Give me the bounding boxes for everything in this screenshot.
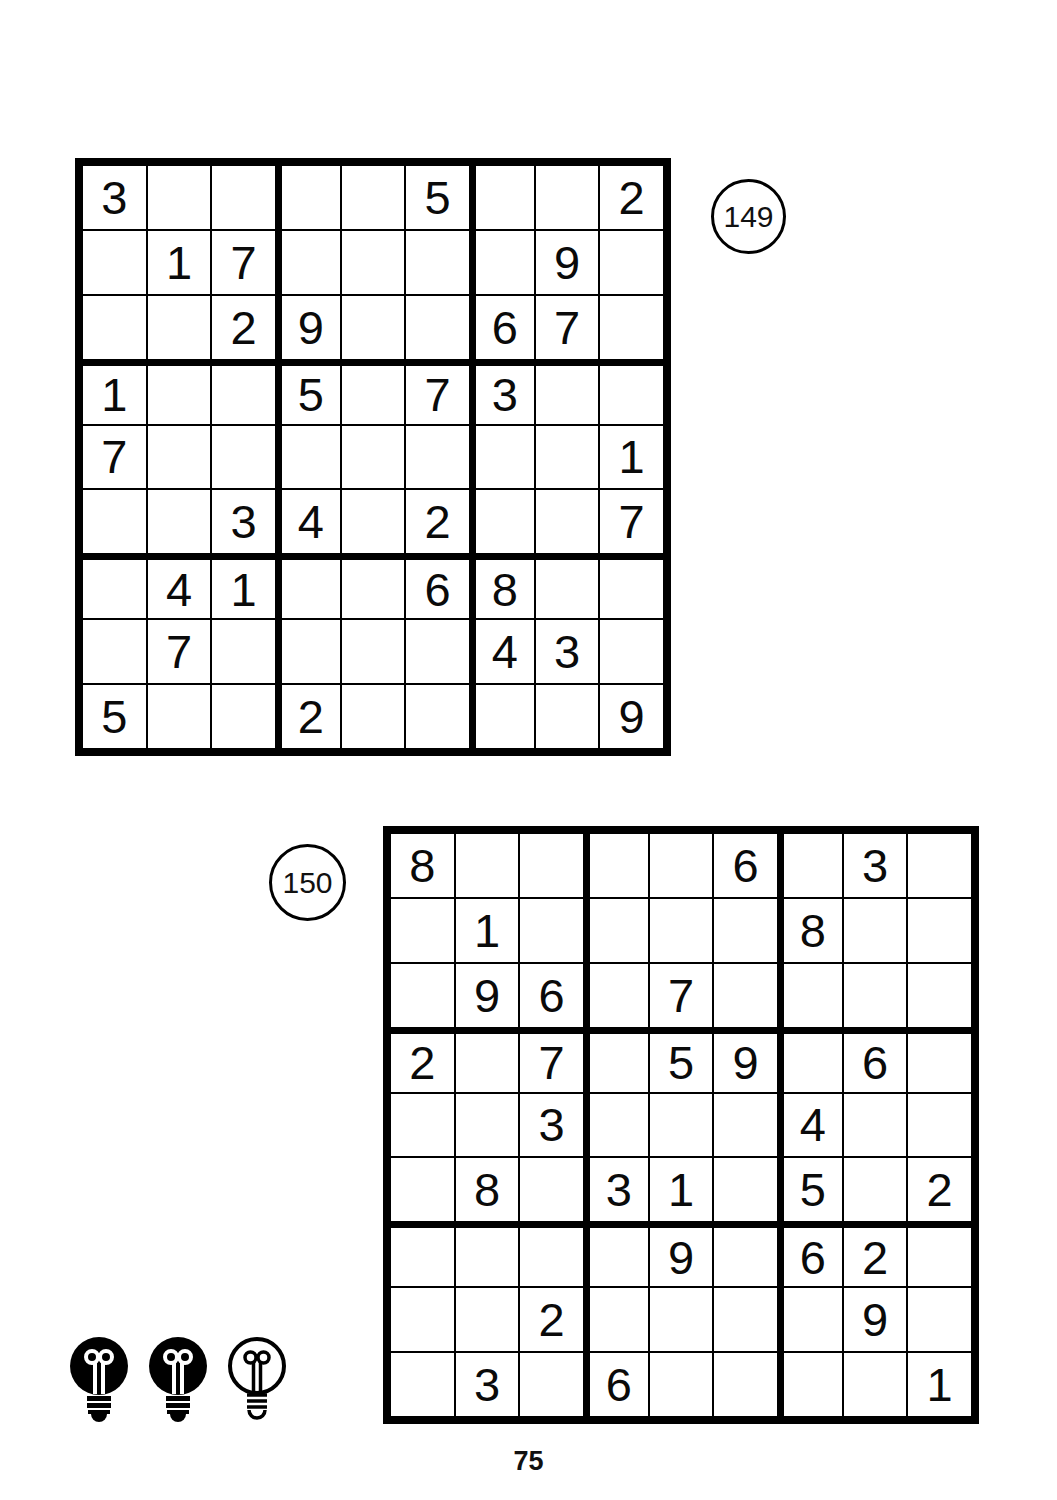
puzzle-150-cell-r7c6[interactable]: [713, 1222, 778, 1287]
puzzle-149-cell-r5c8[interactable]: [535, 425, 600, 490]
puzzle-150-cell-r3c4[interactable]: [584, 963, 649, 1028]
sudoku-grid-149: 352179296715737134274168743529: [75, 158, 671, 756]
puzzle-149-cell-r2c1[interactable]: [82, 230, 147, 295]
puzzle-149-cell-r9c8[interactable]: [535, 684, 600, 749]
puzzle-149-cell-r3c8: 7: [535, 295, 600, 360]
puzzle-150-cell-r1c6: 6: [713, 833, 778, 898]
puzzle-150-cell-r1c8: 3: [843, 833, 908, 898]
puzzle-149-cell-r3c9[interactable]: [599, 295, 664, 360]
puzzle-150-cell-r8c3: 2: [519, 1287, 584, 1352]
puzzle-149-cell-r5c3[interactable]: [211, 425, 276, 490]
puzzle-150-cell-r5c3: 3: [519, 1093, 584, 1158]
sudoku-grid-150: 8631896727596348315296229361: [383, 826, 979, 1424]
puzzle-150-cell-r9c1[interactable]: [390, 1352, 455, 1417]
puzzle-149-cell-r3c3: 2: [211, 295, 276, 360]
puzzle-150-cell-r7c3[interactable]: [519, 1222, 584, 1287]
puzzle-149-cell-r9c2[interactable]: [147, 684, 212, 749]
puzzle-150-cell-r9c6[interactable]: [713, 1352, 778, 1417]
puzzle-150-cell-r2c2: 1: [455, 898, 520, 963]
puzzle-149-cell-r6c6: 2: [405, 489, 470, 554]
puzzle-150-cell-r6c6[interactable]: [713, 1157, 778, 1222]
puzzle-150-cell-r4c4[interactable]: [584, 1028, 649, 1093]
puzzle-149-cell-r6c1[interactable]: [82, 489, 147, 554]
puzzle-150-cell-r3c3: 6: [519, 963, 584, 1028]
puzzle-149-cell-r2c3: 7: [211, 230, 276, 295]
puzzle-149-cell-r3c4: 9: [276, 295, 341, 360]
puzzle-149-cell-r2c6[interactable]: [405, 230, 470, 295]
puzzle-150-cell-r5c1[interactable]: [390, 1093, 455, 1158]
puzzle-149-cell-r8c9[interactable]: [599, 619, 664, 684]
puzzle-150-cell-r9c2: 3: [455, 1352, 520, 1417]
puzzle-149-cell-r1c1: 3: [82, 165, 147, 230]
page-number: 75: [0, 1446, 1057, 1477]
puzzle-149-cell-r9c7[interactable]: [470, 684, 535, 749]
puzzle-150-cell-r9c7[interactable]: [778, 1352, 843, 1417]
difficulty-bulb-outline-icon: [226, 1336, 288, 1426]
puzzle-150-cell-r3c6[interactable]: [713, 963, 778, 1028]
puzzle-149-cell-r4c7: 3: [470, 360, 535, 425]
puzzle-150-cell-r8c5[interactable]: [649, 1287, 714, 1352]
puzzle-149-cell-r7c3: 1: [211, 554, 276, 619]
puzzle-150-cell-r1c3[interactable]: [519, 833, 584, 898]
puzzle-150-cell-r1c9[interactable]: [907, 833, 972, 898]
puzzle-149-cell-r4c1: 1: [82, 360, 147, 425]
puzzle-150-cell-r9c4: 6: [584, 1352, 649, 1417]
puzzle-150-cell-r9c5[interactable]: [649, 1352, 714, 1417]
puzzle-149-cell-r5c5[interactable]: [341, 425, 406, 490]
puzzle-150-cell-r2c6[interactable]: [713, 898, 778, 963]
puzzle-150-cell-r1c1: 8: [390, 833, 455, 898]
puzzle-149-cell-r9c5[interactable]: [341, 684, 406, 749]
puzzle-150-cell-r5c4[interactable]: [584, 1093, 649, 1158]
puzzle-150-cell-r5c5[interactable]: [649, 1093, 714, 1158]
puzzle-150-cell-r2c9[interactable]: [907, 898, 972, 963]
puzzle-149-cell-r4c2[interactable]: [147, 360, 212, 425]
puzzle-150-cell-r9c8[interactable]: [843, 1352, 908, 1417]
puzzle-150-cell-r8c1[interactable]: [390, 1287, 455, 1352]
puzzle-149-cell-r1c7[interactable]: [470, 165, 535, 230]
puzzle-149-cell-r1c2[interactable]: [147, 165, 212, 230]
puzzle-149-cell-r6c5[interactable]: [341, 489, 406, 554]
puzzle-149-cell-r4c6: 7: [405, 360, 470, 425]
puzzle-149-cell-r1c3[interactable]: [211, 165, 276, 230]
puzzle-149-cell-r2c7[interactable]: [470, 230, 535, 295]
puzzle-149-cell-r7c1[interactable]: [82, 554, 147, 619]
puzzle-149-cell-r8c1[interactable]: [82, 619, 147, 684]
puzzle-150-cell-r7c7: 6: [778, 1222, 843, 1287]
puzzle-150-cell-r8c9[interactable]: [907, 1287, 972, 1352]
puzzle-150-cell-r4c6: 9: [713, 1028, 778, 1093]
puzzle-150-cell-r3c9[interactable]: [907, 963, 972, 1028]
puzzle-149-cell-r3c1[interactable]: [82, 295, 147, 360]
puzzle-149-cell-r5c9: 1: [599, 425, 664, 490]
puzzle-149-cell-r6c9: 7: [599, 489, 664, 554]
puzzle-150-cell-r1c2[interactable]: [455, 833, 520, 898]
puzzle-149-cell-r9c3[interactable]: [211, 684, 276, 749]
puzzle-150-cell-r3c1[interactable]: [390, 963, 455, 1028]
puzzle-149-cell-r1c8[interactable]: [535, 165, 600, 230]
puzzle-149-cell-r6c8[interactable]: [535, 489, 600, 554]
puzzle-150-cell-r7c2[interactable]: [455, 1222, 520, 1287]
difficulty-bulb-filled-icon: [68, 1336, 130, 1426]
puzzle-149-cell-r1c6: 5: [405, 165, 470, 230]
puzzle-150-cell-r7c1[interactable]: [390, 1222, 455, 1287]
puzzle-150-cell-r2c4[interactable]: [584, 898, 649, 963]
puzzle-149-cell-r6c7[interactable]: [470, 489, 535, 554]
puzzle-149-cell-r1c5[interactable]: [341, 165, 406, 230]
puzzle-149-cell-r7c8[interactable]: [535, 554, 600, 619]
puzzle-150-cell-r7c5: 9: [649, 1222, 714, 1287]
puzzle-150-cell-r6c8[interactable]: [843, 1157, 908, 1222]
puzzle-150-cell-r3c5: 7: [649, 963, 714, 1028]
puzzle-149-cell-r8c4[interactable]: [276, 619, 341, 684]
puzzle-150-cell-r6c9: 2: [907, 1157, 972, 1222]
puzzle-149-cell-r4c9[interactable]: [599, 360, 664, 425]
puzzle-149-number-label: 149: [723, 200, 773, 234]
puzzle-150-cell-r3c8[interactable]: [843, 963, 908, 1028]
puzzle-150-cell-r4c8: 6: [843, 1028, 908, 1093]
puzzle-149-cell-r4c5[interactable]: [341, 360, 406, 425]
puzzle-150-cell-r7c4[interactable]: [584, 1222, 649, 1287]
puzzle-149-cell-r5c2[interactable]: [147, 425, 212, 490]
puzzle-149-cell-r4c8[interactable]: [535, 360, 600, 425]
puzzle-149-cell-r8c8: 3: [535, 619, 600, 684]
puzzle-149-cell-r1c4[interactable]: [276, 165, 341, 230]
puzzle-150-cell-r2c3[interactable]: [519, 898, 584, 963]
puzzle-149-cell-r2c2: 1: [147, 230, 212, 295]
puzzle-150-cell-r6c7: 5: [778, 1157, 843, 1222]
puzzle-150-cell-r2c8[interactable]: [843, 898, 908, 963]
puzzle-150-cell-r3c2: 9: [455, 963, 520, 1028]
puzzle-150-cell-r8c8: 9: [843, 1287, 908, 1352]
puzzle-150-cell-r9c3[interactable]: [519, 1352, 584, 1417]
puzzle-150-cell-r6c3[interactable]: [519, 1157, 584, 1222]
puzzle-149-cell-r4c3[interactable]: [211, 360, 276, 425]
puzzle-149-cell-r8c2: 7: [147, 619, 212, 684]
puzzle-150-cell-r4c7[interactable]: [778, 1028, 843, 1093]
puzzle-149-cell-r2c9[interactable]: [599, 230, 664, 295]
puzzle-149-cell-r2c5[interactable]: [341, 230, 406, 295]
puzzle-150-cell-r7c8: 2: [843, 1222, 908, 1287]
puzzle-149-cell-r8c3[interactable]: [211, 619, 276, 684]
puzzle-149-cell-r3c2[interactable]: [147, 295, 212, 360]
puzzle-149-cell-r9c4: 2: [276, 684, 341, 749]
puzzle-149-cell-r5c7[interactable]: [470, 425, 535, 490]
puzzle-150-cell-r8c7[interactable]: [778, 1287, 843, 1352]
puzzle-149-cell-r7c7: 8: [470, 554, 535, 619]
puzzle-149-cell-r6c3: 3: [211, 489, 276, 554]
puzzle-150-cell-r6c2: 8: [455, 1157, 520, 1222]
puzzle-150-cell-r4c1: 2: [390, 1028, 455, 1093]
puzzle-150-cell-r6c4: 3: [584, 1157, 649, 1222]
puzzle-149-cell-r7c4[interactable]: [276, 554, 341, 619]
puzzle-149-cell-r2c8: 9: [535, 230, 600, 295]
puzzle-149-cell-r1c9: 2: [599, 165, 664, 230]
puzzle-150-cell-r1c4[interactable]: [584, 833, 649, 898]
puzzle-150-cell-r9c9: 1: [907, 1352, 972, 1417]
difficulty-bulb-filled-icon: [147, 1336, 209, 1426]
puzzle-150-cell-r5c6[interactable]: [713, 1093, 778, 1158]
puzzle-150-cell-r4c5: 5: [649, 1028, 714, 1093]
puzzle-150-cell-r5c8[interactable]: [843, 1093, 908, 1158]
puzzle-149-cell-r9c6[interactable]: [405, 684, 470, 749]
puzzle-149-cell-r8c5[interactable]: [341, 619, 406, 684]
puzzle-149-cell-r5c4[interactable]: [276, 425, 341, 490]
puzzle-150-cell-r7c9[interactable]: [907, 1222, 972, 1287]
puzzle-150-cell-r5c7: 4: [778, 1093, 843, 1158]
puzzle-150-cell-r8c2[interactable]: [455, 1287, 520, 1352]
puzzle-149-cell-r6c2[interactable]: [147, 489, 212, 554]
puzzle-149-cell-r4c4: 5: [276, 360, 341, 425]
puzzle-149-cell-r3c5[interactable]: [341, 295, 406, 360]
puzzle-150-cell-r4c2[interactable]: [455, 1028, 520, 1093]
puzzle-150-cell-r8c4[interactable]: [584, 1287, 649, 1352]
puzzle-149-cell-r9c9: 9: [599, 684, 664, 749]
puzzle-150-number-label: 150: [282, 866, 332, 900]
difficulty-rating: [68, 1336, 288, 1426]
puzzle-149-cell-r7c5[interactable]: [341, 554, 406, 619]
puzzle-149-cell-r3c7: 6: [470, 295, 535, 360]
puzzle-149-cell-r7c9[interactable]: [599, 554, 664, 619]
puzzle-150-cell-r6c5: 1: [649, 1157, 714, 1222]
puzzle-150-cell-r8c6[interactable]: [713, 1287, 778, 1352]
puzzle-150-number-badge: 150: [269, 844, 346, 921]
puzzle-149-cell-r5c1: 7: [82, 425, 147, 490]
puzzle-150-cell-r4c9[interactable]: [907, 1028, 972, 1093]
puzzle-150-cell-r4c3: 7: [519, 1028, 584, 1093]
puzzle-150-cell-r6c1[interactable]: [390, 1157, 455, 1222]
puzzle-149-cell-r8c7: 4: [470, 619, 535, 684]
puzzle-150-cell-r3c7[interactable]: [778, 963, 843, 1028]
puzzle-149-cell-r5c6[interactable]: [405, 425, 470, 490]
puzzle-150-cell-r2c5[interactable]: [649, 898, 714, 963]
puzzle-149-number-badge: 149: [711, 179, 786, 254]
puzzle-150-cell-r2c7: 8: [778, 898, 843, 963]
puzzle-150-cell-r5c2[interactable]: [455, 1093, 520, 1158]
puzzle-149-cell-r6c4: 4: [276, 489, 341, 554]
puzzle-149-cell-r2c4[interactable]: [276, 230, 341, 295]
puzzle-149-cell-r7c6: 6: [405, 554, 470, 619]
puzzle-150-cell-r1c5[interactable]: [649, 833, 714, 898]
puzzle-149-cell-r8c6[interactable]: [405, 619, 470, 684]
puzzle-149-cell-r9c1: 5: [82, 684, 147, 749]
puzzle-150-cell-r1c7[interactable]: [778, 833, 843, 898]
puzzle-150-cell-r5c9[interactable]: [907, 1093, 972, 1158]
puzzle-150-cell-r2c1[interactable]: [390, 898, 455, 963]
puzzle-149-cell-r7c2: 4: [147, 554, 212, 619]
puzzle-149-cell-r3c6[interactable]: [405, 295, 470, 360]
